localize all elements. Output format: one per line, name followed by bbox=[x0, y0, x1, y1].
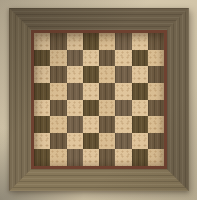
square-a8[interactable] bbox=[34, 33, 50, 50]
square-d4[interactable] bbox=[83, 100, 99, 117]
square-g1[interactable] bbox=[132, 149, 148, 166]
square-f8[interactable] bbox=[115, 33, 131, 50]
square-g5[interactable] bbox=[132, 83, 148, 100]
square-h2[interactable] bbox=[148, 133, 164, 150]
square-d3[interactable] bbox=[83, 116, 99, 133]
square-c3[interactable] bbox=[67, 116, 83, 133]
square-g4[interactable] bbox=[132, 100, 148, 117]
square-e6[interactable] bbox=[99, 66, 115, 83]
square-f4[interactable] bbox=[115, 100, 131, 117]
square-a6[interactable] bbox=[34, 66, 50, 83]
square-f2[interactable] bbox=[115, 133, 131, 150]
square-b7[interactable] bbox=[50, 50, 66, 67]
square-c1[interactable] bbox=[67, 149, 83, 166]
square-a7[interactable] bbox=[34, 50, 50, 67]
frame-left-rail bbox=[9, 8, 31, 191]
square-h5[interactable] bbox=[148, 83, 164, 100]
square-c5[interactable] bbox=[67, 83, 83, 100]
square-a4[interactable] bbox=[34, 100, 50, 117]
square-d5[interactable] bbox=[83, 83, 99, 100]
square-c8[interactable] bbox=[67, 33, 83, 50]
square-a1[interactable] bbox=[34, 149, 50, 166]
chessboard-frame bbox=[9, 8, 189, 191]
square-f6[interactable] bbox=[115, 66, 131, 83]
board bbox=[34, 33, 164, 166]
square-d7[interactable] bbox=[83, 50, 99, 67]
square-e2[interactable] bbox=[99, 133, 115, 150]
square-b6[interactable] bbox=[50, 66, 66, 83]
square-g2[interactable] bbox=[132, 133, 148, 150]
board-inlay-border bbox=[31, 30, 167, 169]
square-d2[interactable] bbox=[83, 133, 99, 150]
square-h8[interactable] bbox=[148, 33, 164, 50]
frame-bottom-rail bbox=[9, 169, 189, 191]
square-e4[interactable] bbox=[99, 100, 115, 117]
square-c2[interactable] bbox=[67, 133, 83, 150]
square-d8[interactable] bbox=[83, 33, 99, 50]
square-h6[interactable] bbox=[148, 66, 164, 83]
square-d6[interactable] bbox=[83, 66, 99, 83]
square-a2[interactable] bbox=[34, 133, 50, 150]
square-b3[interactable] bbox=[50, 116, 66, 133]
square-f3[interactable] bbox=[115, 116, 131, 133]
frame-right-rail bbox=[167, 8, 189, 191]
square-f7[interactable] bbox=[115, 50, 131, 67]
square-f5[interactable] bbox=[115, 83, 131, 100]
square-b2[interactable] bbox=[50, 133, 66, 150]
square-f1[interactable] bbox=[115, 149, 131, 166]
square-b8[interactable] bbox=[50, 33, 66, 50]
square-g3[interactable] bbox=[132, 116, 148, 133]
square-d1[interactable] bbox=[83, 149, 99, 166]
square-g8[interactable] bbox=[132, 33, 148, 50]
square-a5[interactable] bbox=[34, 83, 50, 100]
square-b4[interactable] bbox=[50, 100, 66, 117]
square-e3[interactable] bbox=[99, 116, 115, 133]
square-g6[interactable] bbox=[132, 66, 148, 83]
square-g7[interactable] bbox=[132, 50, 148, 67]
square-e1[interactable] bbox=[99, 149, 115, 166]
square-e5[interactable] bbox=[99, 83, 115, 100]
square-c7[interactable] bbox=[67, 50, 83, 67]
square-h4[interactable] bbox=[148, 100, 164, 117]
board-photo bbox=[0, 0, 197, 200]
square-h1[interactable] bbox=[148, 149, 164, 166]
square-a3[interactable] bbox=[34, 116, 50, 133]
square-h3[interactable] bbox=[148, 116, 164, 133]
frame-top-rail bbox=[9, 8, 189, 30]
square-h7[interactable] bbox=[148, 50, 164, 67]
square-c4[interactable] bbox=[67, 100, 83, 117]
square-b5[interactable] bbox=[50, 83, 66, 100]
square-c6[interactable] bbox=[67, 66, 83, 83]
square-b1[interactable] bbox=[50, 149, 66, 166]
square-e8[interactable] bbox=[99, 33, 115, 50]
square-e7[interactable] bbox=[99, 50, 115, 67]
